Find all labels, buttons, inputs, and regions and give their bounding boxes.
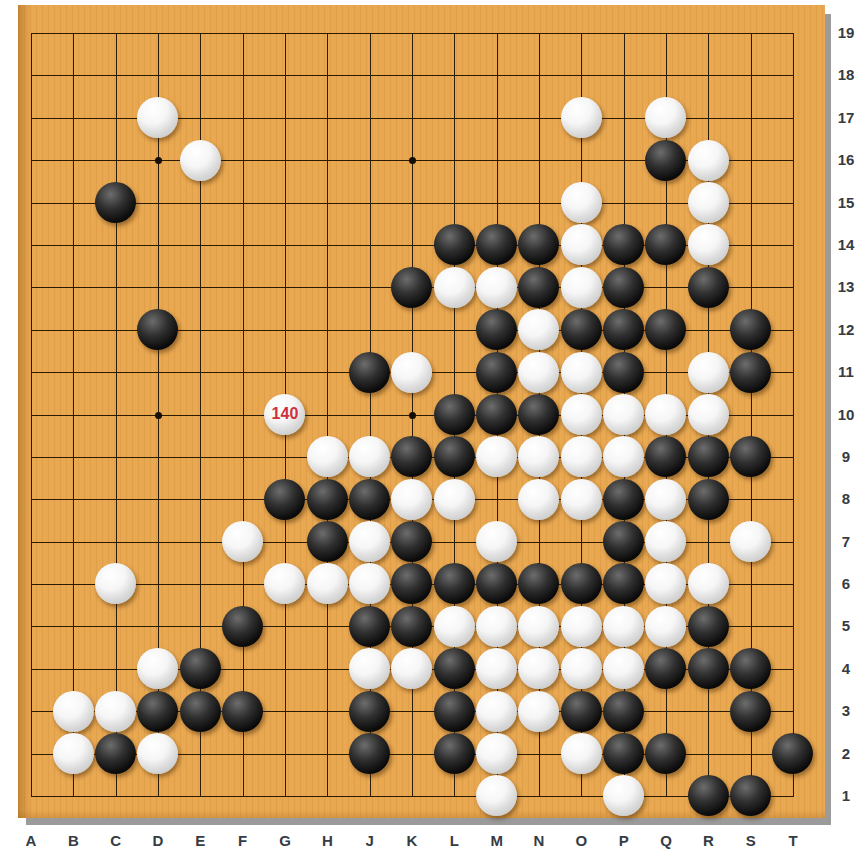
stone-black-R4[interactable] [688,648,729,689]
row-label-7: 7 [831,532,857,552]
stone-black-F3[interactable] [222,691,263,732]
board-grid-area[interactable]: 140 [31,33,793,797]
stone-white-Q6[interactable] [645,563,686,604]
row-label-10: 10 [831,405,857,425]
row-label-2: 2 [831,744,857,764]
stone-white-M13[interactable] [476,267,517,308]
stone-white-Q7[interactable] [645,521,686,562]
stone-black-C2[interactable] [95,733,136,774]
stone-white-M9[interactable] [476,436,517,477]
stone-white-O9[interactable] [561,436,602,477]
column-label-O: O [566,832,596,850]
stone-black-S12[interactable] [730,309,771,350]
stone-black-Q9[interactable] [645,436,686,477]
stone-white-R15[interactable] [688,182,729,223]
stone-black-K6[interactable] [391,563,432,604]
stone-black-N6[interactable] [518,563,559,604]
column-label-A: A [16,832,46,850]
column-label-J: J [355,832,385,850]
stone-black-O6[interactable] [561,563,602,604]
stone-black-P12[interactable] [603,309,644,350]
column-label-L: L [439,832,469,850]
stone-white-O15[interactable] [561,182,602,223]
stone-black-G8[interactable] [264,479,305,520]
row-label-18: 18 [831,65,857,85]
column-label-R: R [693,832,723,850]
stones-layer[interactable]: 140 [10,12,814,817]
stone-white-O10[interactable] [561,394,602,435]
stone-black-T2[interactable] [772,733,813,774]
stone-black-O12[interactable] [561,309,602,350]
row-label-19: 19 [831,23,857,43]
stone-black-N13[interactable] [518,267,559,308]
column-label-H: H [312,832,342,850]
stone-black-C15[interactable] [95,182,136,223]
stone-black-S9[interactable] [730,436,771,477]
stone-white-R6[interactable] [688,563,729,604]
stone-black-O3[interactable] [561,691,602,732]
stone-black-H7[interactable] [307,521,348,562]
stone-white-C6[interactable] [95,563,136,604]
stone-white-R16[interactable] [688,140,729,181]
row-label-13: 13 [831,277,857,297]
stone-black-S3[interactable] [730,691,771,732]
stone-black-P6[interactable] [603,563,644,604]
row-label-14: 14 [831,235,857,255]
column-label-G: G [270,832,300,850]
column-label-P: P [609,832,639,850]
stone-black-P14[interactable] [603,224,644,265]
stone-white-J9[interactable] [349,436,390,477]
stone-black-S1[interactable] [730,775,771,816]
column-label-M: M [482,832,512,850]
stone-black-K13[interactable] [391,267,432,308]
stone-black-J5[interactable] [349,606,390,647]
stone-white-K8[interactable] [391,479,432,520]
stone-black-L3[interactable] [434,691,475,732]
stone-black-P8[interactable] [603,479,644,520]
stone-black-J8[interactable] [349,479,390,520]
stone-white-N9[interactable] [518,436,559,477]
column-label-T: T [778,832,808,850]
stone-white-L5[interactable] [434,606,475,647]
column-label-D: D [143,832,173,850]
go-board-page: 140 ABCDEFGHJKLMNOPQRST19181716151413121… [0,0,857,851]
stone-white-O14[interactable] [561,224,602,265]
stone-black-Q16[interactable] [645,140,686,181]
stone-white-R10[interactable] [688,394,729,435]
stone-white-N12[interactable] [518,309,559,350]
row-label-5: 5 [831,616,857,636]
stone-white-H6[interactable] [307,563,348,604]
stone-black-M6[interactable] [476,563,517,604]
stone-white-K11[interactable] [391,352,432,393]
stone-black-P11[interactable] [603,352,644,393]
stone-white-L8[interactable] [434,479,475,520]
stone-white-P5[interactable] [603,606,644,647]
stone-white-O4[interactable] [561,648,602,689]
column-label-F: F [228,832,258,850]
stone-white-N8[interactable] [518,479,559,520]
stone-white-R14[interactable] [688,224,729,265]
stone-black-R5[interactable] [688,606,729,647]
stone-black-L9[interactable] [434,436,475,477]
stone-white-D2[interactable] [137,733,178,774]
row-label-4: 4 [831,659,857,679]
stone-black-D3[interactable] [137,691,178,732]
row-label-17: 17 [831,108,857,128]
stone-black-L14[interactable] [434,224,475,265]
stone-white-E16[interactable] [180,140,221,181]
stone-white-M3[interactable] [476,691,517,732]
stone-white-M4[interactable] [476,648,517,689]
stone-white-P1[interactable] [603,775,644,816]
stone-white-N11[interactable] [518,352,559,393]
column-label-E: E [185,832,215,850]
stone-white-O2[interactable] [561,733,602,774]
stone-white-K4[interactable] [391,648,432,689]
stone-white-Q8[interactable] [645,479,686,520]
row-label-3: 3 [831,701,857,721]
row-label-6: 6 [831,574,857,594]
stone-white-M7[interactable] [476,521,517,562]
stone-white-R11[interactable] [688,352,729,393]
stone-white-M5[interactable] [476,606,517,647]
row-label-16: 16 [831,150,857,170]
stone-black-K7[interactable] [391,521,432,562]
stone-black-M11[interactable] [476,352,517,393]
stone-black-N14[interactable] [518,224,559,265]
stone-black-J2[interactable] [349,733,390,774]
stone-black-L10[interactable] [434,394,475,435]
stone-black-P2[interactable] [603,733,644,774]
stone-black-L6[interactable] [434,563,475,604]
column-label-K: K [397,832,427,850]
stone-white-J7[interactable] [349,521,390,562]
stone-black-Q14[interactable] [645,224,686,265]
stone-white-Q5[interactable] [645,606,686,647]
stone-black-Q4[interactable] [645,648,686,689]
stone-black-S11[interactable] [730,352,771,393]
stone-white-L13[interactable] [434,267,475,308]
stone-black-K5[interactable] [391,606,432,647]
stone-black-F5[interactable] [222,606,263,647]
column-label-N: N [524,832,554,850]
stone-white-Q10[interactable] [645,394,686,435]
stone-black-N10[interactable] [518,394,559,435]
column-label-Q: Q [651,832,681,850]
stone-black-K9[interactable] [391,436,432,477]
stone-white-C3[interactable] [95,691,136,732]
stone-black-P7[interactable] [603,521,644,562]
stone-white-G10[interactable]: 140 [264,394,305,435]
stone-white-N4[interactable] [518,648,559,689]
row-label-9: 9 [831,447,857,467]
stone-white-M2[interactable] [476,733,517,774]
stone-black-Q2[interactable] [645,733,686,774]
go-board[interactable]: 140 [18,5,825,818]
column-label-B: B [58,832,88,850]
stone-white-G6[interactable] [264,563,305,604]
move-number-label: 140 [272,406,299,422]
stone-white-S7[interactable] [730,521,771,562]
column-label-C: C [101,832,131,850]
row-label-11: 11 [831,362,857,382]
stone-black-M12[interactable] [476,309,517,350]
stone-black-R1[interactable] [688,775,729,816]
stone-white-J4[interactable] [349,648,390,689]
stone-white-N3[interactable] [518,691,559,732]
stone-white-H9[interactable] [307,436,348,477]
stone-white-Q17[interactable] [645,97,686,138]
stone-white-F7[interactable] [222,521,263,562]
stone-white-D17[interactable] [137,97,178,138]
row-label-1: 1 [831,786,857,806]
stone-black-M10[interactable] [476,394,517,435]
stone-black-R13[interactable] [688,267,729,308]
stone-black-J3[interactable] [349,691,390,732]
stone-black-R8[interactable] [688,479,729,520]
stone-black-P3[interactable] [603,691,644,732]
row-label-12: 12 [831,320,857,340]
stone-white-P10[interactable] [603,394,644,435]
stone-black-J11[interactable] [349,352,390,393]
stone-white-O8[interactable] [561,479,602,520]
stone-black-L2[interactable] [434,733,475,774]
row-label-15: 15 [831,193,857,213]
stone-white-O11[interactable] [561,352,602,393]
stone-black-E3[interactable] [180,691,221,732]
stone-white-B3[interactable] [53,691,94,732]
stone-white-O17[interactable] [561,97,602,138]
stone-black-S4[interactable] [730,648,771,689]
stone-white-N5[interactable] [518,606,559,647]
stone-white-J6[interactable] [349,563,390,604]
stone-black-E4[interactable] [180,648,221,689]
stone-black-R9[interactable] [688,436,729,477]
stone-white-D4[interactable] [137,648,178,689]
stone-black-P13[interactable] [603,267,644,308]
stone-black-D12[interactable] [137,309,178,350]
stone-white-P4[interactable] [603,648,644,689]
stone-white-O13[interactable] [561,267,602,308]
stone-white-P9[interactable] [603,436,644,477]
row-label-8: 8 [831,489,857,509]
stone-black-H8[interactable] [307,479,348,520]
stone-white-M1[interactable] [476,775,517,816]
stone-black-L4[interactable] [434,648,475,689]
stone-black-M14[interactable] [476,224,517,265]
stone-black-Q12[interactable] [645,309,686,350]
column-label-S: S [736,832,766,850]
stone-white-B2[interactable] [53,733,94,774]
stone-white-O5[interactable] [561,606,602,647]
